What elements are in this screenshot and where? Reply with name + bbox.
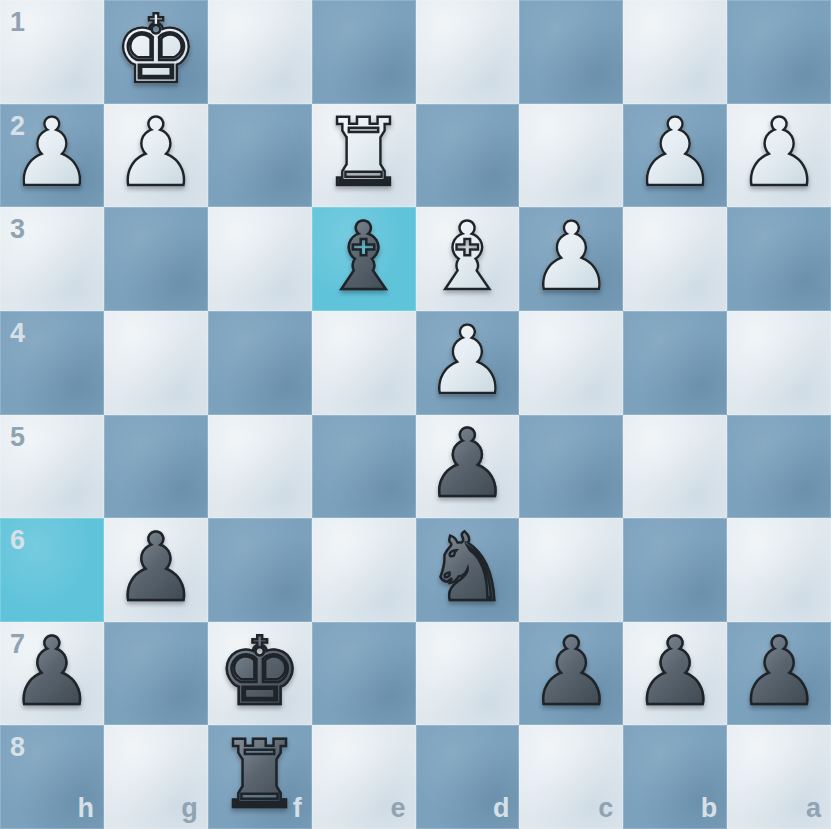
white-pawn-b2[interactable]: ♟ <box>633 106 717 200</box>
square-f6[interactable] <box>208 518 312 622</box>
square-h3[interactable]: 3 <box>0 207 104 311</box>
square-b4[interactable] <box>623 311 727 415</box>
square-b2[interactable]: ♟ <box>623 104 727 208</box>
chess-board: 1♚2♟♟♜♟♟3♝♝♟4♟5♟6♟♞7♟♚♟♟♟8hgf♜edcba <box>0 0 831 829</box>
square-h2[interactable]: 2♟ <box>0 104 104 208</box>
square-d7[interactable] <box>416 622 520 726</box>
square-h7[interactable]: 7♟ <box>0 622 104 726</box>
file-label-e: e <box>390 795 405 822</box>
square-c5[interactable] <box>519 415 623 519</box>
rank-label-4: 4 <box>10 320 25 347</box>
square-c8[interactable]: c <box>519 725 623 829</box>
square-h6[interactable]: 6 <box>0 518 104 622</box>
white-pawn-a2[interactable]: ♟ <box>737 106 821 200</box>
square-h5[interactable]: 5 <box>0 415 104 519</box>
square-a8[interactable]: a <box>727 725 831 829</box>
white-king-g1[interactable]: ♚ <box>114 3 198 97</box>
square-c6[interactable] <box>519 518 623 622</box>
square-a2[interactable]: ♟ <box>727 104 831 208</box>
square-a6[interactable] <box>727 518 831 622</box>
square-b3[interactable] <box>623 207 727 311</box>
square-f5[interactable] <box>208 415 312 519</box>
square-h1[interactable]: 1 <box>0 0 104 104</box>
file-label-h: h <box>77 795 94 822</box>
square-d3[interactable]: ♝ <box>416 207 520 311</box>
file-label-c: c <box>598 795 613 822</box>
black-pawn-g6[interactable]: ♟ <box>114 521 198 615</box>
square-f2[interactable] <box>208 104 312 208</box>
white-rook-e2[interactable]: ♜ <box>321 106 405 200</box>
white-pawn-d4[interactable]: ♟ <box>425 314 509 408</box>
square-c4[interactable] <box>519 311 623 415</box>
square-f7[interactable]: ♚ <box>208 622 312 726</box>
black-pawn-h7[interactable]: ♟ <box>10 625 94 719</box>
square-e6[interactable] <box>312 518 416 622</box>
black-pawn-b7[interactable]: ♟ <box>633 625 717 719</box>
square-c3[interactable]: ♟ <box>519 207 623 311</box>
rank-label-3: 3 <box>10 216 25 243</box>
square-g5[interactable] <box>104 415 208 519</box>
square-a5[interactable] <box>727 415 831 519</box>
square-g6[interactable]: ♟ <box>104 518 208 622</box>
white-pawn-h2[interactable]: ♟ <box>10 106 94 200</box>
square-b6[interactable] <box>623 518 727 622</box>
square-g2[interactable]: ♟ <box>104 104 208 208</box>
square-b8[interactable]: b <box>623 725 727 829</box>
black-king-f7[interactable]: ♚ <box>218 625 302 719</box>
square-g7[interactable] <box>104 622 208 726</box>
black-pawn-c7[interactable]: ♟ <box>529 625 613 719</box>
square-d5[interactable]: ♟ <box>416 415 520 519</box>
square-e4[interactable] <box>312 311 416 415</box>
square-a3[interactable] <box>727 207 831 311</box>
rank-label-5: 5 <box>10 424 25 451</box>
file-label-b: b <box>701 795 718 822</box>
square-e2[interactable]: ♜ <box>312 104 416 208</box>
square-e5[interactable] <box>312 415 416 519</box>
square-g3[interactable] <box>104 207 208 311</box>
black-knight-d6[interactable]: ♞ <box>425 521 509 615</box>
square-d6[interactable]: ♞ <box>416 518 520 622</box>
square-h4[interactable]: 4 <box>0 311 104 415</box>
square-a7[interactable]: ♟ <box>727 622 831 726</box>
square-e7[interactable] <box>312 622 416 726</box>
black-pawn-d5[interactable]: ♟ <box>425 417 509 511</box>
square-d4[interactable]: ♟ <box>416 311 520 415</box>
square-e8[interactable]: e <box>312 725 416 829</box>
square-e3[interactable]: ♝ <box>312 207 416 311</box>
rank-label-8: 8 <box>10 734 25 761</box>
file-label-a: a <box>806 795 821 822</box>
black-rook-f8[interactable]: ♜ <box>218 728 302 822</box>
square-g1[interactable]: ♚ <box>104 0 208 104</box>
square-h8[interactable]: 8h <box>0 725 104 829</box>
square-b7[interactable]: ♟ <box>623 622 727 726</box>
rank-label-1: 1 <box>10 9 25 36</box>
square-g8[interactable]: g <box>104 725 208 829</box>
square-c2[interactable] <box>519 104 623 208</box>
square-c1[interactable] <box>519 0 623 104</box>
square-c7[interactable]: ♟ <box>519 622 623 726</box>
white-bishop-d3[interactable]: ♝ <box>425 210 509 304</box>
square-f1[interactable] <box>208 0 312 104</box>
square-f3[interactable] <box>208 207 312 311</box>
file-label-d: d <box>493 795 510 822</box>
square-d8[interactable]: d <box>416 725 520 829</box>
rank-label-6: 6 <box>10 527 25 554</box>
square-e1[interactable] <box>312 0 416 104</box>
file-label-g: g <box>181 795 198 822</box>
square-b5[interactable] <box>623 415 727 519</box>
square-g4[interactable] <box>104 311 208 415</box>
black-pawn-a7[interactable]: ♟ <box>737 625 821 719</box>
square-f4[interactable] <box>208 311 312 415</box>
square-b1[interactable] <box>623 0 727 104</box>
white-pawn-g2[interactable]: ♟ <box>114 106 198 200</box>
square-f8[interactable]: f♜ <box>208 725 312 829</box>
square-d2[interactable] <box>416 104 520 208</box>
black-bishop-e3[interactable]: ♝ <box>321 210 405 304</box>
square-a1[interactable] <box>727 0 831 104</box>
square-a4[interactable] <box>727 311 831 415</box>
square-d1[interactable] <box>416 0 520 104</box>
white-pawn-c3[interactable]: ♟ <box>529 210 613 304</box>
